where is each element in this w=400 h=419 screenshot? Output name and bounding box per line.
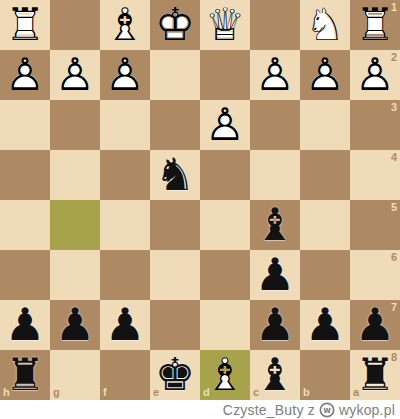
rank-label-3: 3 bbox=[391, 102, 397, 113]
file-label-g: g bbox=[53, 387, 60, 398]
black-pawn[interactable]: ♟ bbox=[0, 300, 50, 350]
square-f6[interactable] bbox=[100, 250, 150, 300]
white-bishop[interactable]: ♝♗ bbox=[100, 0, 150, 50]
caption-site: wykop.pl bbox=[339, 402, 395, 418]
square-c2[interactable]: ♟♙ bbox=[250, 50, 300, 100]
white-pawn[interactable]: ♟♙ bbox=[350, 50, 400, 100]
square-d4[interactable] bbox=[200, 150, 250, 200]
square-d1[interactable]: ♛♕ bbox=[200, 0, 250, 50]
black-bishop[interactable]: ♝ bbox=[250, 200, 300, 250]
square-c6[interactable]: ♟ bbox=[250, 250, 300, 300]
black-pawn[interactable]: ♟ bbox=[250, 300, 300, 350]
caption-credit: Czyste_Buty z bbox=[223, 402, 315, 418]
square-f5[interactable] bbox=[100, 200, 150, 250]
square-g5[interactable] bbox=[50, 200, 100, 250]
square-c8[interactable]: ♝c bbox=[250, 350, 300, 400]
square-c7[interactable]: ♟ bbox=[250, 300, 300, 350]
square-h7[interactable]: ♟ bbox=[0, 300, 50, 350]
square-h8[interactable]: ♜h bbox=[0, 350, 50, 400]
square-e1[interactable]: ♚♔ bbox=[150, 0, 200, 50]
white-queen[interactable]: ♛♕ bbox=[200, 0, 250, 50]
square-e3[interactable] bbox=[150, 100, 200, 150]
black-pawn[interactable]: ♟ bbox=[350, 300, 400, 350]
white-pawn[interactable]: ♟♙ bbox=[250, 50, 300, 100]
file-label-f: f bbox=[103, 387, 107, 398]
square-a3[interactable]: 3 bbox=[350, 100, 400, 150]
square-h2[interactable]: ♟♙ bbox=[0, 50, 50, 100]
white-pawn[interactable]: ♟♙ bbox=[0, 50, 50, 100]
square-g1[interactable] bbox=[50, 0, 100, 50]
black-rook[interactable]: ♜ bbox=[0, 350, 50, 400]
black-rook[interactable]: ♜ bbox=[350, 350, 400, 400]
square-a2[interactable]: ♟♙2 bbox=[350, 50, 400, 100]
square-f1[interactable]: ♝♗ bbox=[100, 0, 150, 50]
white-pawn[interactable]: ♟♙ bbox=[200, 100, 250, 150]
white-pawn[interactable]: ♟♙ bbox=[100, 50, 150, 100]
square-d3[interactable]: ♟♙ bbox=[200, 100, 250, 150]
square-a1[interactable]: ♜♖1 bbox=[350, 0, 400, 50]
black-pawn[interactable]: ♟ bbox=[250, 250, 300, 300]
chess-board: ♜♖♝♗♚♔♛♕♞♘♜♖1♟♙♟♙♟♙♟♙♟♙♟♙2♟♙3♞4♝5♟6♟♟♟♟♟… bbox=[0, 0, 400, 400]
square-g4[interactable] bbox=[50, 150, 100, 200]
square-g8[interactable]: g bbox=[50, 350, 100, 400]
square-b4[interactable] bbox=[300, 150, 350, 200]
square-h5[interactable] bbox=[0, 200, 50, 250]
square-f2[interactable]: ♟♙ bbox=[100, 50, 150, 100]
black-bishop[interactable]: ♝ bbox=[250, 350, 300, 400]
square-e6[interactable] bbox=[150, 250, 200, 300]
square-a4[interactable]: 4 bbox=[350, 150, 400, 200]
white-rook[interactable]: ♜♖ bbox=[350, 0, 400, 50]
square-h4[interactable] bbox=[0, 150, 50, 200]
white-bishop[interactable]: ♝♗ bbox=[200, 350, 250, 400]
black-pawn[interactable]: ♟ bbox=[100, 300, 150, 350]
black-king[interactable]: ♚ bbox=[150, 350, 200, 400]
black-knight[interactable]: ♞ bbox=[150, 150, 200, 200]
square-c4[interactable] bbox=[250, 150, 300, 200]
black-pawn[interactable]: ♟ bbox=[300, 300, 350, 350]
square-d5[interactable] bbox=[200, 200, 250, 250]
white-pawn[interactable]: ♟♙ bbox=[300, 50, 350, 100]
square-d2[interactable] bbox=[200, 50, 250, 100]
square-a6[interactable]: 6 bbox=[350, 250, 400, 300]
svg-text:w: w bbox=[323, 404, 331, 414]
square-d7[interactable] bbox=[200, 300, 250, 350]
square-e4[interactable]: ♞ bbox=[150, 150, 200, 200]
square-b6[interactable] bbox=[300, 250, 350, 300]
file-label-b: b bbox=[303, 387, 310, 398]
square-c5[interactable]: ♝ bbox=[250, 200, 300, 250]
square-b5[interactable] bbox=[300, 200, 350, 250]
square-f8[interactable]: f bbox=[100, 350, 150, 400]
square-d6[interactable] bbox=[200, 250, 250, 300]
square-a7[interactable]: ♟7 bbox=[350, 300, 400, 350]
square-b2[interactable]: ♟♙ bbox=[300, 50, 350, 100]
square-g7[interactable]: ♟ bbox=[50, 300, 100, 350]
square-e8[interactable]: ♚e bbox=[150, 350, 200, 400]
square-b8[interactable]: b bbox=[300, 350, 350, 400]
white-pawn[interactable]: ♟♙ bbox=[50, 50, 100, 100]
square-f7[interactable]: ♟ bbox=[100, 300, 150, 350]
square-e2[interactable] bbox=[150, 50, 200, 100]
square-f4[interactable] bbox=[100, 150, 150, 200]
square-b1[interactable]: ♞♘ bbox=[300, 0, 350, 50]
rank-label-6: 6 bbox=[391, 252, 397, 263]
wykop-logo-icon: w bbox=[319, 402, 335, 418]
rank-label-4: 4 bbox=[391, 152, 397, 163]
white-knight[interactable]: ♞♘ bbox=[300, 0, 350, 50]
square-a8[interactable]: ♜8a bbox=[350, 350, 400, 400]
square-g2[interactable]: ♟♙ bbox=[50, 50, 100, 100]
square-d8[interactable]: ♝♗d bbox=[200, 350, 250, 400]
square-g3[interactable] bbox=[50, 100, 100, 150]
square-b3[interactable] bbox=[300, 100, 350, 150]
square-c1[interactable] bbox=[250, 0, 300, 50]
square-a5[interactable]: 5 bbox=[350, 200, 400, 250]
page: ♜♖♝♗♚♔♛♕♞♘♜♖1♟♙♟♙♟♙♟♙♟♙♟♙2♟♙3♞4♝5♟6♟♟♟♟♟… bbox=[0, 0, 400, 419]
rank-label-5: 5 bbox=[391, 202, 397, 213]
square-e5[interactable] bbox=[150, 200, 200, 250]
square-f3[interactable] bbox=[100, 100, 150, 150]
square-c3[interactable] bbox=[250, 100, 300, 150]
black-pawn[interactable]: ♟ bbox=[50, 300, 100, 350]
square-h1[interactable]: ♜♖ bbox=[0, 0, 50, 50]
white-rook[interactable]: ♜♖ bbox=[0, 0, 50, 50]
square-g6[interactable] bbox=[50, 250, 100, 300]
square-e7[interactable] bbox=[150, 300, 200, 350]
square-h3[interactable] bbox=[0, 100, 50, 150]
white-king[interactable]: ♚♔ bbox=[150, 0, 200, 50]
watermark-caption: Czyste_Buty z w wykop.pl bbox=[0, 400, 400, 419]
square-h6[interactable] bbox=[0, 250, 50, 300]
square-b7[interactable]: ♟ bbox=[300, 300, 350, 350]
